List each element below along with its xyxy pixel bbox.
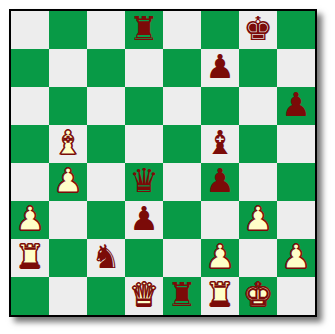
square-a3[interactable]: ♟ <box>11 201 49 239</box>
square-h7[interactable] <box>277 49 315 87</box>
square-b4[interactable]: ♟ <box>49 163 87 201</box>
square-d1[interactable]: ♛ <box>125 277 163 315</box>
square-c3[interactable] <box>87 201 125 239</box>
square-e3[interactable] <box>163 201 201 239</box>
square-d6[interactable] <box>125 87 163 125</box>
square-b7[interactable] <box>49 49 87 87</box>
piece-black-pawn: ♟ <box>129 201 159 238</box>
square-g6[interactable] <box>239 87 277 125</box>
square-f8[interactable] <box>201 11 239 49</box>
square-e2[interactable] <box>163 239 201 277</box>
piece-white-queen: ♛ <box>129 277 159 314</box>
piece-white-rook: ♜ <box>205 277 235 314</box>
square-h6[interactable]: ♟ <box>277 87 315 125</box>
piece-white-king: ♚ <box>243 277 273 314</box>
piece-black-pawn: ♟ <box>205 49 235 86</box>
square-h3[interactable] <box>277 201 315 239</box>
square-d8[interactable]: ♜ <box>125 11 163 49</box>
piece-black-bishop: ♝ <box>205 125 235 162</box>
piece-white-bishop: ♝ <box>53 125 83 162</box>
piece-black-king: ♚ <box>243 11 273 48</box>
square-c1[interactable] <box>87 277 125 315</box>
square-b3[interactable] <box>49 201 87 239</box>
square-f7[interactable]: ♟ <box>201 49 239 87</box>
square-e8[interactable] <box>163 11 201 49</box>
square-f2[interactable]: ♟ <box>201 239 239 277</box>
square-b6[interactable] <box>49 87 87 125</box>
square-g3[interactable]: ♟ <box>239 201 277 239</box>
square-h5[interactable] <box>277 125 315 163</box>
square-c6[interactable] <box>87 87 125 125</box>
square-e1[interactable]: ♜ <box>163 277 201 315</box>
square-d4[interactable]: ♛ <box>125 163 163 201</box>
square-a6[interactable] <box>11 87 49 125</box>
square-b2[interactable] <box>49 239 87 277</box>
square-c4[interactable] <box>87 163 125 201</box>
square-b5[interactable]: ♝ <box>49 125 87 163</box>
square-f1[interactable]: ♜ <box>201 277 239 315</box>
square-g8[interactable]: ♚ <box>239 11 277 49</box>
square-b1[interactable] <box>49 277 87 315</box>
piece-black-rook: ♜ <box>167 277 197 314</box>
piece-white-pawn: ♟ <box>243 201 273 238</box>
square-d3[interactable]: ♟ <box>125 201 163 239</box>
piece-white-rook: ♜ <box>15 239 45 276</box>
square-g5[interactable] <box>239 125 277 163</box>
square-d5[interactable] <box>125 125 163 163</box>
piece-black-pawn: ♟ <box>205 163 235 200</box>
square-c7[interactable] <box>87 49 125 87</box>
square-g7[interactable] <box>239 49 277 87</box>
square-h4[interactable] <box>277 163 315 201</box>
square-c2[interactable]: ♞ <box>87 239 125 277</box>
square-d2[interactable] <box>125 239 163 277</box>
square-h1[interactable] <box>277 277 315 315</box>
square-g1[interactable]: ♚ <box>239 277 277 315</box>
chess-board: ♜♚♟♟♝♝♟♛♟♟♟♟♜♞♟♟♛♜♜♚ <box>11 11 315 315</box>
square-c5[interactable] <box>87 125 125 163</box>
square-e4[interactable] <box>163 163 201 201</box>
square-f6[interactable] <box>201 87 239 125</box>
piece-black-knight: ♞ <box>91 239 121 276</box>
square-a7[interactable] <box>11 49 49 87</box>
square-h2[interactable]: ♟ <box>277 239 315 277</box>
piece-white-pawn: ♟ <box>53 163 83 200</box>
square-a8[interactable] <box>11 11 49 49</box>
square-a5[interactable] <box>11 125 49 163</box>
square-f5[interactable]: ♝ <box>201 125 239 163</box>
square-e7[interactable] <box>163 49 201 87</box>
square-h8[interactable] <box>277 11 315 49</box>
square-e6[interactable] <box>163 87 201 125</box>
piece-black-pawn: ♟ <box>281 87 311 124</box>
square-a2[interactable]: ♜ <box>11 239 49 277</box>
square-g2[interactable] <box>239 239 277 277</box>
piece-white-pawn: ♟ <box>281 239 311 276</box>
piece-white-pawn: ♟ <box>15 201 45 238</box>
square-c8[interactable] <box>87 11 125 49</box>
square-a4[interactable] <box>11 163 49 201</box>
square-f4[interactable]: ♟ <box>201 163 239 201</box>
chess-board-frame: ♜♚♟♟♝♝♟♛♟♟♟♟♜♞♟♟♛♜♜♚ <box>9 9 317 317</box>
square-b8[interactable] <box>49 11 87 49</box>
square-d7[interactable] <box>125 49 163 87</box>
piece-white-pawn: ♟ <box>205 239 235 276</box>
square-f3[interactable] <box>201 201 239 239</box>
square-a1[interactable] <box>11 277 49 315</box>
square-g4[interactable] <box>239 163 277 201</box>
page-background: ♜♚♟♟♝♝♟♛♟♟♟♟♜♞♟♟♛♜♜♚ <box>0 0 335 334</box>
piece-black-rook: ♜ <box>129 11 159 48</box>
piece-black-queen: ♛ <box>129 163 159 200</box>
square-e5[interactable] <box>163 125 201 163</box>
